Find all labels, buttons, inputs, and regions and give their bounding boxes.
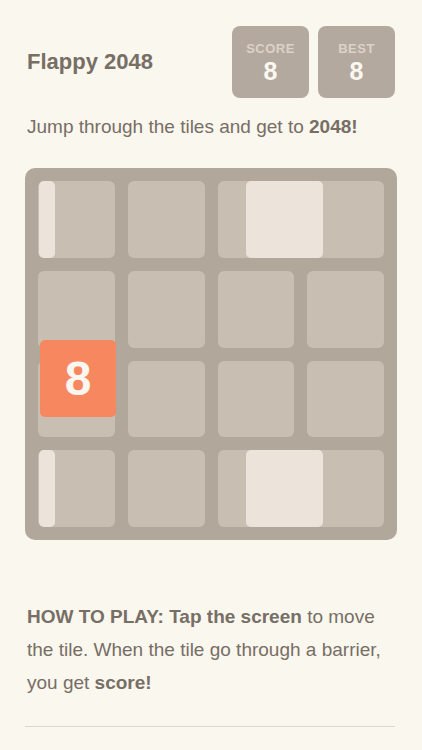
board-cell-r3c4 bbox=[307, 361, 384, 438]
board-cell-r2c2 bbox=[128, 271, 205, 348]
subtitle-text: Jump through the tiles and get to bbox=[27, 116, 309, 137]
score-box: SCORE 8 bbox=[232, 26, 309, 98]
divider bbox=[25, 726, 395, 727]
how-to-play-text: HOW TO PLAY: Tap the screen to move the … bbox=[27, 600, 395, 699]
board-cell-r1c2 bbox=[128, 181, 205, 258]
barrier-top bbox=[246, 181, 323, 258]
scoreboard: SCORE 8 BEST 8 bbox=[232, 26, 395, 98]
board-cell-r3c2 bbox=[128, 361, 205, 438]
header: Flappy 2048 SCORE 8 BEST 8 bbox=[27, 26, 395, 98]
score-bold: score! bbox=[95, 672, 152, 693]
game-board[interactable]: 8 bbox=[25, 168, 397, 540]
app-screen: Flappy 2048 SCORE 8 BEST 8 Jump through … bbox=[0, 0, 422, 750]
barrier-bottom bbox=[246, 450, 323, 527]
how-to-play-bold: HOW TO PLAY: Tap the screen bbox=[27, 606, 302, 627]
tile-8-bird[interactable]: 8 bbox=[40, 340, 116, 417]
score-value: 8 bbox=[264, 59, 278, 84]
barrier-remnant-top-left bbox=[39, 181, 55, 258]
best-label: BEST bbox=[338, 41, 375, 56]
subtitle: Jump through the tiles and get to 2048! bbox=[27, 116, 407, 138]
app-title: Flappy 2048 bbox=[27, 49, 153, 75]
best-value: 8 bbox=[350, 59, 364, 84]
best-box: BEST 8 bbox=[318, 26, 395, 98]
board-cell-r4c2 bbox=[128, 450, 205, 527]
board-cell-r2c1 bbox=[38, 271, 115, 348]
board-cell-r3c3 bbox=[218, 361, 295, 438]
score-label: SCORE bbox=[246, 41, 295, 56]
board-cell-r2c4 bbox=[307, 271, 384, 348]
subtitle-goal: 2048! bbox=[309, 116, 358, 137]
barrier-remnant-bottom-left bbox=[39, 450, 55, 527]
board-cell-r2c3 bbox=[218, 271, 295, 348]
